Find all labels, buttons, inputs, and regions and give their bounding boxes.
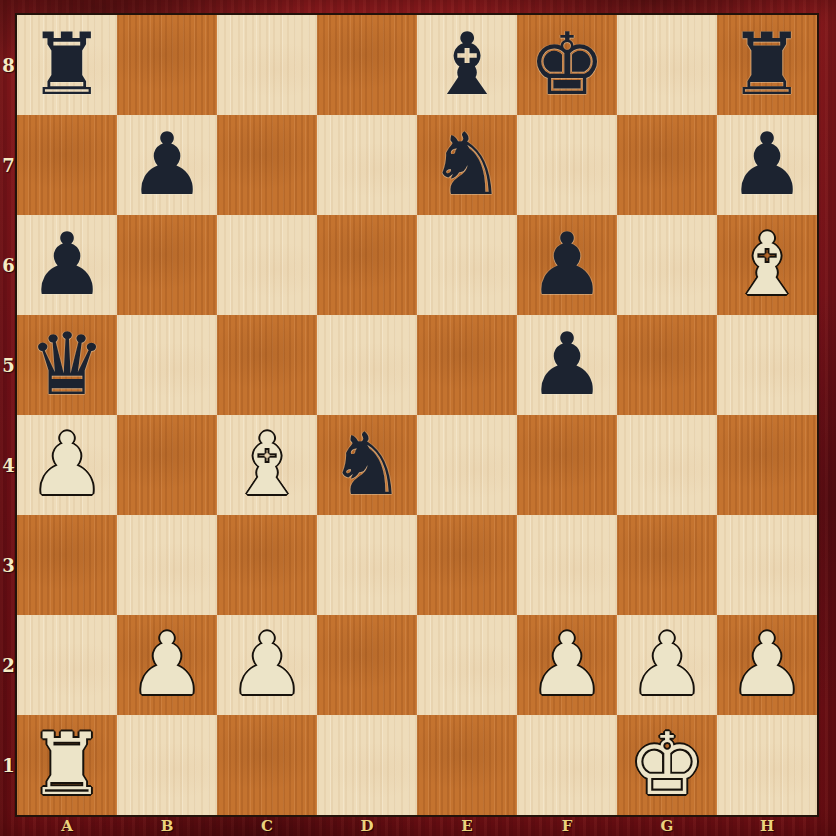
file-label-e: E — [417, 815, 517, 836]
square-a8[interactable]: ♜ — [17, 15, 117, 115]
black-bishop[interactable]: ♝ — [417, 15, 517, 115]
square-h1[interactable] — [717, 715, 817, 815]
white-pawn[interactable]: ♟ — [17, 415, 117, 515]
square-g5[interactable] — [617, 315, 717, 415]
rank-label-4: 4 — [0, 415, 17, 515]
white-pawn[interactable]: ♟ — [517, 615, 617, 715]
square-b2[interactable]: ♟ — [117, 615, 217, 715]
square-d6[interactable] — [317, 215, 417, 315]
black-pawn[interactable]: ♟ — [717, 115, 817, 215]
square-a2[interactable] — [17, 615, 117, 715]
white-bishop[interactable]: ♝ — [717, 215, 817, 315]
square-b6[interactable] — [117, 215, 217, 315]
black-pawn[interactable]: ♟ — [17, 215, 117, 315]
square-g1[interactable]: ♚ — [617, 715, 717, 815]
black-queen[interactable]: ♛ — [17, 315, 117, 415]
square-c2[interactable]: ♟ — [217, 615, 317, 715]
square-e6[interactable] — [417, 215, 517, 315]
square-d4[interactable]: ♞ — [317, 415, 417, 515]
square-d7[interactable] — [317, 115, 417, 215]
black-knight[interactable]: ♞ — [317, 415, 417, 515]
square-c4[interactable]: ♝ — [217, 415, 317, 515]
square-b3[interactable] — [117, 515, 217, 615]
square-a6[interactable]: ♟ — [17, 215, 117, 315]
file-label-g: G — [617, 815, 717, 836]
white-bishop[interactable]: ♝ — [217, 415, 317, 515]
file-label-d: D — [317, 815, 417, 836]
square-c7[interactable] — [217, 115, 317, 215]
square-e8[interactable]: ♝ — [417, 15, 517, 115]
square-f5[interactable]: ♟ — [517, 315, 617, 415]
rank-label-2: 2 — [0, 615, 17, 715]
square-g6[interactable] — [617, 215, 717, 315]
square-c8[interactable] — [217, 15, 317, 115]
square-f7[interactable] — [517, 115, 617, 215]
black-rook[interactable]: ♜ — [717, 15, 817, 115]
black-king[interactable]: ♚ — [517, 15, 617, 115]
black-pawn[interactable]: ♟ — [117, 115, 217, 215]
square-g7[interactable] — [617, 115, 717, 215]
square-a5[interactable]: ♛ — [17, 315, 117, 415]
square-b8[interactable] — [117, 15, 217, 115]
square-d1[interactable] — [317, 715, 417, 815]
square-b1[interactable] — [117, 715, 217, 815]
square-f1[interactable] — [517, 715, 617, 815]
square-d5[interactable] — [317, 315, 417, 415]
square-h4[interactable] — [717, 415, 817, 515]
black-pawn[interactable]: ♟ — [517, 315, 617, 415]
square-d8[interactable] — [317, 15, 417, 115]
file-label-f: F — [517, 815, 617, 836]
square-f8[interactable]: ♚ — [517, 15, 617, 115]
square-a7[interactable] — [17, 115, 117, 215]
square-f4[interactable] — [517, 415, 617, 515]
square-e2[interactable] — [417, 615, 517, 715]
white-king[interactable]: ♚ — [617, 715, 717, 815]
rank-label-5: 5 — [0, 315, 17, 415]
white-pawn[interactable]: ♟ — [617, 615, 717, 715]
square-b7[interactable]: ♟ — [117, 115, 217, 215]
square-c1[interactable] — [217, 715, 317, 815]
rank-label-3: 3 — [0, 515, 17, 615]
square-h8[interactable]: ♜ — [717, 15, 817, 115]
rank-label-1: 1 — [0, 715, 17, 815]
square-e4[interactable] — [417, 415, 517, 515]
square-f6[interactable]: ♟ — [517, 215, 617, 315]
black-knight[interactable]: ♞ — [417, 115, 517, 215]
white-pawn[interactable]: ♟ — [217, 615, 317, 715]
square-h5[interactable] — [717, 315, 817, 415]
square-d3[interactable] — [317, 515, 417, 615]
square-d2[interactable] — [317, 615, 417, 715]
square-a4[interactable]: ♟ — [17, 415, 117, 515]
square-f3[interactable] — [517, 515, 617, 615]
rank-label-6: 6 — [0, 215, 17, 315]
square-a3[interactable] — [17, 515, 117, 615]
file-label-b: B — [117, 815, 217, 836]
square-h6[interactable]: ♝ — [717, 215, 817, 315]
file-label-a: A — [17, 815, 117, 836]
square-g2[interactable]: ♟ — [617, 615, 717, 715]
square-f2[interactable]: ♟ — [517, 615, 617, 715]
square-e5[interactable] — [417, 315, 517, 415]
file-labels: ABCDEFGH — [17, 815, 817, 836]
square-g4[interactable] — [617, 415, 717, 515]
square-g8[interactable] — [617, 15, 717, 115]
square-c3[interactable] — [217, 515, 317, 615]
square-h7[interactable]: ♟ — [717, 115, 817, 215]
file-label-c: C — [217, 815, 317, 836]
square-e3[interactable] — [417, 515, 517, 615]
black-rook[interactable]: ♜ — [17, 15, 117, 115]
white-pawn[interactable]: ♟ — [117, 615, 217, 715]
square-b4[interactable] — [117, 415, 217, 515]
rank-labels: 87654321 — [0, 15, 17, 815]
square-e1[interactable] — [417, 715, 517, 815]
rank-label-8: 8 — [0, 15, 17, 115]
square-c5[interactable] — [217, 315, 317, 415]
square-a1[interactable]: ♜ — [17, 715, 117, 815]
file-label-h: H — [717, 815, 817, 836]
chess-board: ♜♝♚♜♟♞♟♟♟♝♛♟♟♝♞♟♟♟♟♟♜♚ — [17, 15, 817, 815]
white-pawn[interactable]: ♟ — [717, 615, 817, 715]
square-h3[interactable] — [717, 515, 817, 615]
square-e7[interactable]: ♞ — [417, 115, 517, 215]
square-h2[interactable]: ♟ — [717, 615, 817, 715]
square-b5[interactable] — [117, 315, 217, 415]
square-c6[interactable] — [217, 215, 317, 315]
board-frame: 87654321 ♜♝♚♜♟♞♟♟♟♝♛♟♟♝♞♟♟♟♟♟♜♚ ABCDEFGH — [0, 0, 836, 836]
black-pawn[interactable]: ♟ — [517, 215, 617, 315]
white-rook[interactable]: ♜ — [17, 715, 117, 815]
square-g3[interactable] — [617, 515, 717, 615]
rank-label-7: 7 — [0, 115, 17, 215]
